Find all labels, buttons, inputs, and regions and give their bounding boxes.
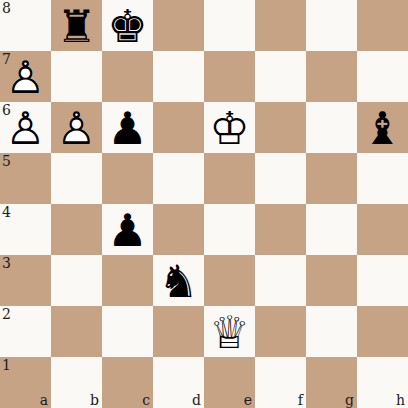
black-king-glyph: ♚ — [107, 3, 147, 48]
square-a1[interactable]: 1a — [0, 357, 51, 408]
square-h1[interactable]: h — [357, 357, 408, 408]
white-queen-glyph: ♕ — [209, 309, 249, 354]
square-b1[interactable]: b — [51, 357, 102, 408]
square-d1[interactable]: d — [153, 357, 204, 408]
chess-board[interactable]: 8♜♚7♟♙6♟♙♟♙♟♚♔♝54♟3♞2♛♕1abcdefgh — [0, 0, 408, 408]
square-e2[interactable]: ♛♕ — [204, 306, 255, 357]
rank-label-1: 1 — [2, 358, 11, 372]
square-a8[interactable]: 8 — [0, 0, 51, 51]
square-b5[interactable] — [51, 153, 102, 204]
square-a4[interactable]: 4 — [0, 204, 51, 255]
square-d5[interactable] — [153, 153, 204, 204]
file-label-e: e — [244, 393, 252, 407]
square-h4[interactable] — [357, 204, 408, 255]
black-pawn-icon[interactable]: ♟ — [102, 102, 153, 153]
square-e8[interactable] — [204, 0, 255, 51]
square-d2[interactable] — [153, 306, 204, 357]
square-c1[interactable]: c — [102, 357, 153, 408]
black-bishop-glyph: ♝ — [362, 105, 402, 150]
square-h7[interactable] — [357, 51, 408, 102]
file-label-h: h — [396, 393, 405, 407]
black-king-icon[interactable]: ♚ — [102, 0, 153, 51]
square-g2[interactable] — [306, 306, 357, 357]
square-f6[interactable] — [255, 102, 306, 153]
square-d8[interactable] — [153, 0, 204, 51]
square-b4[interactable] — [51, 204, 102, 255]
square-c6[interactable]: ♟ — [102, 102, 153, 153]
white-pawn-icon[interactable]: ♟♙ — [51, 102, 102, 153]
square-h6[interactable]: ♝ — [357, 102, 408, 153]
square-e3[interactable] — [204, 255, 255, 306]
file-label-a: a — [40, 393, 48, 407]
square-f1[interactable]: f — [255, 357, 306, 408]
square-g3[interactable] — [306, 255, 357, 306]
square-e5[interactable] — [204, 153, 255, 204]
square-b3[interactable] — [51, 255, 102, 306]
square-f3[interactable] — [255, 255, 306, 306]
square-h2[interactable] — [357, 306, 408, 357]
square-a7[interactable]: 7♟♙ — [0, 51, 51, 102]
white-king-glyph: ♔ — [209, 105, 249, 150]
square-a3[interactable]: 3 — [0, 255, 51, 306]
square-d7[interactable] — [153, 51, 204, 102]
square-c2[interactable] — [102, 306, 153, 357]
black-bishop-icon[interactable]: ♝ — [357, 102, 408, 153]
square-g8[interactable] — [306, 0, 357, 51]
black-pawn-icon[interactable]: ♟ — [102, 204, 153, 255]
square-f2[interactable] — [255, 306, 306, 357]
square-f7[interactable] — [255, 51, 306, 102]
square-c8[interactable]: ♚ — [102, 0, 153, 51]
white-pawn-glyph: ♙ — [56, 105, 96, 150]
file-label-g: g — [345, 393, 354, 407]
rank-label-5: 5 — [2, 154, 11, 168]
square-b8[interactable]: ♜ — [51, 0, 102, 51]
square-c3[interactable] — [102, 255, 153, 306]
square-d4[interactable] — [153, 204, 204, 255]
square-a5[interactable]: 5 — [0, 153, 51, 204]
rank-label-3: 3 — [2, 256, 11, 270]
square-d3[interactable]: ♞ — [153, 255, 204, 306]
square-h8[interactable] — [357, 0, 408, 51]
white-pawn-icon[interactable]: ♟♙ — [0, 51, 51, 102]
file-label-f: f — [298, 393, 303, 407]
black-knight-icon[interactable]: ♞ — [153, 255, 204, 306]
black-knight-glyph: ♞ — [158, 258, 198, 303]
rank-label-8: 8 — [2, 1, 11, 15]
square-a6[interactable]: 6♟♙ — [0, 102, 51, 153]
square-h5[interactable] — [357, 153, 408, 204]
rank-label-2: 2 — [2, 307, 11, 321]
square-e4[interactable] — [204, 204, 255, 255]
square-g6[interactable] — [306, 102, 357, 153]
square-f8[interactable] — [255, 0, 306, 51]
white-queen-icon[interactable]: ♛♕ — [204, 306, 255, 357]
square-g5[interactable] — [306, 153, 357, 204]
file-label-c: c — [142, 393, 150, 407]
square-b7[interactable] — [51, 51, 102, 102]
black-pawn-glyph: ♟ — [107, 105, 147, 150]
square-a2[interactable]: 2 — [0, 306, 51, 357]
square-c7[interactable] — [102, 51, 153, 102]
square-g7[interactable] — [306, 51, 357, 102]
square-e1[interactable]: e — [204, 357, 255, 408]
square-e7[interactable] — [204, 51, 255, 102]
white-pawn-glyph: ♙ — [5, 105, 45, 150]
square-c4[interactable]: ♟ — [102, 204, 153, 255]
square-b6[interactable]: ♟♙ — [51, 102, 102, 153]
square-g4[interactable] — [306, 204, 357, 255]
file-label-b: b — [90, 393, 99, 407]
square-e6[interactable]: ♚♔ — [204, 102, 255, 153]
chess-diagram: 8♜♚7♟♙6♟♙♟♙♟♚♔♝54♟3♞2♛♕1abcdefgh — [0, 0, 408, 408]
square-b2[interactable] — [51, 306, 102, 357]
black-rook-icon[interactable]: ♜ — [51, 0, 102, 51]
white-king-icon[interactable]: ♚♔ — [204, 102, 255, 153]
white-pawn-glyph: ♙ — [5, 54, 45, 99]
square-c5[interactable] — [102, 153, 153, 204]
rank-label-4: 4 — [2, 205, 11, 219]
square-g1[interactable]: g — [306, 357, 357, 408]
white-pawn-icon[interactable]: ♟♙ — [0, 102, 51, 153]
black-pawn-glyph: ♟ — [107, 207, 147, 252]
square-f5[interactable] — [255, 153, 306, 204]
file-label-d: d — [192, 393, 201, 407]
black-rook-glyph: ♜ — [56, 3, 96, 48]
square-d6[interactable] — [153, 102, 204, 153]
square-h3[interactable] — [357, 255, 408, 306]
square-f4[interactable] — [255, 204, 306, 255]
